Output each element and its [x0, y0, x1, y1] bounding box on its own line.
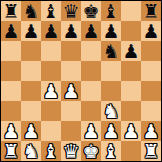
square-g1[interactable]: [121, 141, 141, 161]
black-pawn[interactable]: ♟: [62, 21, 79, 41]
white-king[interactable]: ♚: [82, 141, 99, 161]
black-pawn[interactable]: ♟: [142, 21, 159, 41]
white-pawn[interactable]: ♟: [102, 121, 119, 141]
square-a1[interactable]: ♜: [1, 141, 21, 161]
square-c7[interactable]: ♟: [41, 21, 61, 41]
square-h7[interactable]: ♟: [141, 21, 161, 41]
black-knight[interactable]: ♞: [22, 1, 39, 21]
black-pawn[interactable]: ♟: [2, 21, 19, 41]
square-g6[interactable]: ♟: [121, 41, 141, 61]
square-d2[interactable]: [61, 121, 81, 141]
square-b7[interactable]: ♟: [21, 21, 41, 41]
square-a7[interactable]: ♟: [1, 21, 21, 41]
black-pawn[interactable]: ♟: [102, 21, 119, 41]
square-e2[interactable]: ♟: [81, 121, 101, 141]
square-d4[interactable]: ♟: [61, 81, 81, 101]
square-d3[interactable]: [61, 101, 81, 121]
square-e6[interactable]: [81, 41, 101, 61]
square-f7[interactable]: ♟: [101, 21, 121, 41]
square-e7[interactable]: ♟: [81, 21, 101, 41]
chess-board: ♜♞♝♛♚♝♜♟♟♟♟♟♟♟♞♟♟♟♞♟♟♟♟♟♟♜♞♝♛♚♝♜: [0, 0, 162, 162]
white-pawn[interactable]: ♟: [122, 121, 139, 141]
black-knight[interactable]: ♞: [102, 41, 119, 61]
white-rook[interactable]: ♜: [142, 141, 159, 161]
square-e1[interactable]: ♚: [81, 141, 101, 161]
square-g4[interactable]: [121, 81, 141, 101]
square-f3[interactable]: ♞: [101, 101, 121, 121]
square-f1[interactable]: ♝: [101, 141, 121, 161]
square-h1[interactable]: ♜: [141, 141, 161, 161]
square-f4[interactable]: [101, 81, 121, 101]
black-pawn[interactable]: ♟: [42, 21, 59, 41]
square-c8[interactable]: ♝: [41, 1, 61, 21]
white-pawn[interactable]: ♟: [142, 121, 159, 141]
white-pawn[interactable]: ♟: [62, 81, 79, 101]
square-h2[interactable]: ♟: [141, 121, 161, 141]
square-h8[interactable]: ♜: [141, 1, 161, 21]
white-bishop[interactable]: ♝: [102, 141, 119, 161]
square-f6[interactable]: ♞: [101, 41, 121, 61]
square-c1[interactable]: ♝: [41, 141, 61, 161]
square-b2[interactable]: ♟: [21, 121, 41, 141]
white-bishop[interactable]: ♝: [42, 141, 59, 161]
square-a4[interactable]: [1, 81, 21, 101]
square-d6[interactable]: [61, 41, 81, 61]
white-pawn[interactable]: ♟: [22, 121, 39, 141]
square-b8[interactable]: ♞: [21, 1, 41, 21]
square-b5[interactable]: [21, 61, 41, 81]
square-h4[interactable]: [141, 81, 161, 101]
square-b1[interactable]: ♞: [21, 141, 41, 161]
square-e5[interactable]: [81, 61, 101, 81]
square-b4[interactable]: [21, 81, 41, 101]
square-g3[interactable]: [121, 101, 141, 121]
white-pawn[interactable]: ♟: [82, 121, 99, 141]
square-h6[interactable]: [141, 41, 161, 61]
square-g2[interactable]: ♟: [121, 121, 141, 141]
square-a2[interactable]: ♟: [1, 121, 21, 141]
square-b6[interactable]: [21, 41, 41, 61]
square-d7[interactable]: ♟: [61, 21, 81, 41]
black-bishop[interactable]: ♝: [42, 1, 59, 21]
square-f8[interactable]: ♝: [101, 1, 121, 21]
square-h5[interactable]: [141, 61, 161, 81]
square-c3[interactable]: [41, 101, 61, 121]
black-king[interactable]: ♚: [82, 1, 99, 21]
white-pawn[interactable]: ♟: [42, 81, 59, 101]
square-h3[interactable]: [141, 101, 161, 121]
square-a8[interactable]: ♜: [1, 1, 21, 21]
black-pawn[interactable]: ♟: [122, 41, 139, 61]
square-f2[interactable]: ♟: [101, 121, 121, 141]
white-queen[interactable]: ♛: [62, 141, 79, 161]
square-f5[interactable]: [101, 61, 121, 81]
square-g7[interactable]: [121, 21, 141, 41]
square-a6[interactable]: [1, 41, 21, 61]
square-g5[interactable]: [121, 61, 141, 81]
square-d1[interactable]: ♛: [61, 141, 81, 161]
black-queen[interactable]: ♛: [62, 1, 79, 21]
square-d5[interactable]: [61, 61, 81, 81]
black-pawn[interactable]: ♟: [82, 21, 99, 41]
square-e4[interactable]: [81, 81, 101, 101]
square-c5[interactable]: [41, 61, 61, 81]
square-e3[interactable]: [81, 101, 101, 121]
black-bishop[interactable]: ♝: [102, 1, 119, 21]
black-rook[interactable]: ♜: [2, 1, 19, 21]
square-a3[interactable]: [1, 101, 21, 121]
black-rook[interactable]: ♜: [142, 1, 159, 21]
square-g8[interactable]: [121, 1, 141, 21]
white-knight[interactable]: ♞: [22, 141, 39, 161]
square-c6[interactable]: [41, 41, 61, 61]
white-pawn[interactable]: ♟: [2, 121, 19, 141]
square-a5[interactable]: [1, 61, 21, 81]
square-c2[interactable]: [41, 121, 61, 141]
square-e8[interactable]: ♚: [81, 1, 101, 21]
square-b3[interactable]: [21, 101, 41, 121]
square-d8[interactable]: ♛: [61, 1, 81, 21]
black-pawn[interactable]: ♟: [22, 21, 39, 41]
white-knight[interactable]: ♞: [102, 101, 119, 121]
square-c4[interactable]: ♟: [41, 81, 61, 101]
white-rook[interactable]: ♜: [2, 141, 19, 161]
